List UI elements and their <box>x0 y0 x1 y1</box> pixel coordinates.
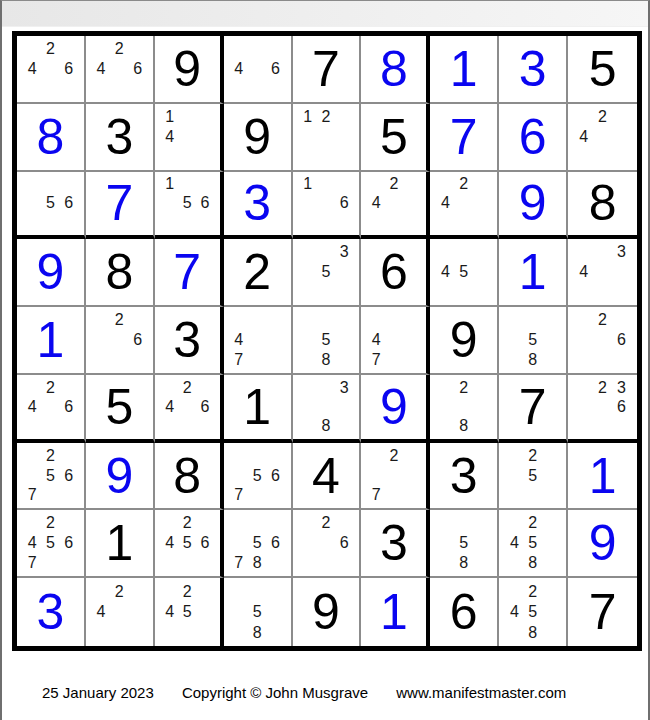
cell-r9c8[interactable]: 2458 <box>499 578 568 646</box>
cell-r8c6[interactable]: 3 <box>361 510 430 578</box>
solved-digit: 3 <box>243 178 271 228</box>
cell-r5c2[interactable]: 26 <box>86 307 155 375</box>
pencil-digit: 4 <box>161 602 179 623</box>
cell-r3c8[interactable]: 9 <box>499 172 568 240</box>
pencil-marks: 24 <box>86 578 153 646</box>
cell-r2c1[interactable]: 8 <box>17 104 86 172</box>
pencil-digit: 2 <box>593 378 612 397</box>
cell-r2c6[interactable]: 5 <box>361 104 430 172</box>
cell-r1c6[interactable]: 8 <box>361 36 430 104</box>
pencil-digit: 8 <box>248 622 266 643</box>
pencil-marks: 5678 <box>224 510 291 576</box>
pencil-marks: 2458 <box>499 578 566 646</box>
cell-r9c3[interactable]: 245 <box>155 578 224 646</box>
solved-digit: 1 <box>450 44 478 94</box>
cell-r4c7[interactable]: 45 <box>430 239 499 307</box>
solved-digit: 9 <box>519 178 547 228</box>
pencil-digit: 8 <box>455 416 473 435</box>
pencil-digit: 6 <box>612 330 631 350</box>
solved-digit: 9 <box>589 518 617 568</box>
pencil-digit: 2 <box>593 107 612 127</box>
cell-r5c4[interactable]: 47 <box>224 307 293 375</box>
pencil-digit: 3 <box>335 242 353 262</box>
pencil-digit: 6 <box>196 194 214 213</box>
cell-r3c9[interactable]: 8 <box>568 172 637 240</box>
pencil-digit: 4 <box>23 59 41 79</box>
pencil-marks: 58 <box>224 578 291 646</box>
sudoku-app-window: { "game": "sudoku", "position": "0090781… <box>0 0 650 720</box>
given-digit: 8 <box>105 247 133 297</box>
cell-r7c7[interactable]: 3 <box>430 443 499 511</box>
pencil-digit: 5 <box>317 330 335 350</box>
pencil-digit: 1 <box>299 107 317 127</box>
pencil-marks: 24567 <box>17 510 84 576</box>
given-digit: 8 <box>589 178 617 228</box>
pencil-digit: 7 <box>23 486 41 506</box>
pencil-marks: 35 <box>293 239 360 305</box>
pencil-digit: 6 <box>128 330 146 350</box>
pencil-digit: 5 <box>248 466 266 486</box>
cell-r1c1[interactable]: 246 <box>17 36 86 104</box>
pencil-marks: 58 <box>293 307 360 373</box>
pencil-marks: 2567 <box>17 443 84 509</box>
cell-r6c2[interactable]: 5 <box>86 375 155 443</box>
pencil-digit: 2 <box>385 446 403 466</box>
pencil-digit: 8 <box>524 622 542 643</box>
cell-r4c3[interactable]: 7 <box>155 239 224 307</box>
pencil-digit: 6 <box>60 466 78 486</box>
cell-r6c4[interactable]: 1 <box>224 375 293 443</box>
cell-r1c7[interactable]: 1 <box>430 36 499 104</box>
pencil-digit: 6 <box>612 397 631 416</box>
cell-r6c9[interactable]: 236 <box>568 375 637 443</box>
pencil-digit: 3 <box>612 242 631 262</box>
cell-r7c5[interactable]: 4 <box>293 443 362 511</box>
pencil-digit: 7 <box>367 350 385 370</box>
pencil-digit: 6 <box>60 59 78 79</box>
pencil-digit: 5 <box>317 262 335 282</box>
cell-r9c2[interactable]: 24 <box>86 578 155 646</box>
cell-r3c6[interactable]: 24 <box>361 172 430 240</box>
pencil-digit: 2 <box>178 513 196 533</box>
given-digit: 7 <box>519 382 547 432</box>
pencil-digit: 6 <box>60 397 78 416</box>
given-digit: 5 <box>105 382 133 432</box>
pencil-marks: 24 <box>430 172 497 236</box>
pencil-digit: 4 <box>505 533 523 553</box>
cell-r3c4[interactable]: 3 <box>224 172 293 240</box>
cell-r8c9[interactable]: 9 <box>568 510 637 578</box>
cell-r2c5[interactable]: 12 <box>293 104 362 172</box>
pencil-digit: 1 <box>161 107 179 127</box>
pencil-digit: 4 <box>23 397 41 416</box>
given-digit: 6 <box>450 587 478 637</box>
pencil-digit: 5 <box>455 533 473 553</box>
cell-r6c1[interactable]: 246 <box>17 375 86 443</box>
cell-r4c8[interactable]: 1 <box>499 239 568 307</box>
pencil-digit: 2 <box>178 378 196 397</box>
pencil-digit: 5 <box>248 602 266 623</box>
pencil-digit: 8 <box>455 553 473 573</box>
given-digit: 6 <box>380 247 408 297</box>
cell-r5c9[interactable]: 26 <box>568 307 637 375</box>
pencil-digit: 8 <box>317 416 335 435</box>
pencil-digit: 4 <box>230 59 248 79</box>
pencil-marks: 16 <box>293 172 360 236</box>
cell-r3c3[interactable]: 156 <box>155 172 224 240</box>
cell-r7c3[interactable]: 8 <box>155 443 224 511</box>
pencil-marks: 56 <box>17 172 84 236</box>
pencil-digit: 5 <box>178 602 196 623</box>
cell-r3c7[interactable]: 24 <box>430 172 499 240</box>
pencil-digit: 4 <box>161 397 179 416</box>
pencil-digit: 6 <box>335 533 353 553</box>
pencil-digit: 5 <box>455 262 473 282</box>
pencil-digit: 7 <box>23 553 41 573</box>
cell-r6c5[interactable]: 38 <box>293 375 362 443</box>
cell-r8c2[interactable]: 1 <box>86 510 155 578</box>
given-digit: 7 <box>312 44 340 94</box>
cell-r7c9[interactable]: 1 <box>568 443 637 511</box>
footer-copyright: Copyright © John Musgrave <box>182 684 368 701</box>
pencil-digit: 5 <box>524 466 542 486</box>
pencil-digit: 2 <box>110 581 128 602</box>
pencil-digit: 2 <box>41 39 59 59</box>
pencil-digit: 6 <box>335 194 353 213</box>
cell-r5c8[interactable]: 58 <box>499 307 568 375</box>
pencil-digit: 1 <box>161 175 179 194</box>
pencil-digit: 5 <box>524 602 542 623</box>
pencil-digit: 2 <box>110 39 128 59</box>
pencil-digit: 7 <box>230 486 248 506</box>
solved-digit: 9 <box>380 382 408 432</box>
pencil-marks: 26 <box>568 307 637 373</box>
pencil-marks: 47 <box>224 307 291 373</box>
pencil-digit: 7 <box>367 486 385 506</box>
given-digit: 1 <box>105 518 133 568</box>
solved-digit: 9 <box>105 451 133 501</box>
pencil-digit: 5 <box>178 533 196 553</box>
given-digit: 5 <box>589 44 617 94</box>
footer-date: 25 January 2023 <box>42 684 154 701</box>
pencil-digit: 4 <box>505 602 523 623</box>
given-digit: 3 <box>173 315 201 365</box>
pencil-digit: 6 <box>60 533 78 553</box>
solved-digit: 1 <box>519 247 547 297</box>
pencil-marks: 24 <box>568 104 637 170</box>
pencil-digit: 2 <box>317 107 335 127</box>
cell-r1c9[interactable]: 5 <box>568 36 637 104</box>
pencil-marks: 246 <box>17 36 84 102</box>
cell-r1c3[interactable]: 9 <box>155 36 224 104</box>
pencil-digit: 4 <box>574 127 593 147</box>
pencil-digit: 5 <box>524 330 542 350</box>
cell-r4c5[interactable]: 35 <box>293 239 362 307</box>
pencil-digit: 5 <box>178 194 196 213</box>
solved-digit: 8 <box>37 112 65 162</box>
pencil-marks: 567 <box>224 443 291 509</box>
pencil-marks: 246 <box>155 375 220 439</box>
cell-r3c1[interactable]: 56 <box>17 172 86 240</box>
solved-digit: 6 <box>519 112 547 162</box>
pencil-marks: 24 <box>361 172 426 236</box>
pencil-digit: 6 <box>266 466 284 486</box>
given-digit: 3 <box>450 451 478 501</box>
pencil-digit: 2 <box>41 446 59 466</box>
given-digit: 9 <box>243 112 271 162</box>
cell-r8c4[interactable]: 5678 <box>224 510 293 578</box>
cell-r9c4[interactable]: 58 <box>224 578 293 646</box>
cell-r6c8[interactable]: 7 <box>499 375 568 443</box>
pencil-digit: 2 <box>593 310 612 330</box>
pencil-digit: 2 <box>317 513 335 533</box>
solved-digit: 1 <box>37 315 65 365</box>
cell-r6c6[interactable]: 9 <box>361 375 430 443</box>
pencil-digit: 6 <box>196 533 214 553</box>
pencil-digit: 2 <box>178 581 196 602</box>
solved-digit: 1 <box>380 587 408 637</box>
sudoku-board: 2462469467813583149125762456715631624249… <box>12 31 642 651</box>
pencil-digit: 6 <box>60 194 78 213</box>
cell-r4c1[interactable]: 9 <box>17 239 86 307</box>
given-digit: 3 <box>105 112 133 162</box>
pencil-digit: 4 <box>161 533 179 553</box>
cell-r3c2[interactable]: 7 <box>86 172 155 240</box>
solved-digit: 9 <box>37 247 65 297</box>
pencil-digit: 4 <box>367 330 385 350</box>
pencil-marks: 246 <box>17 375 84 439</box>
cell-r5c6[interactable]: 47 <box>361 307 430 375</box>
pencil-digit: 6 <box>266 59 284 79</box>
cell-r4c9[interactable]: 34 <box>568 239 637 307</box>
cell-r4c2[interactable]: 8 <box>86 239 155 307</box>
cell-r2c2[interactable]: 3 <box>86 104 155 172</box>
pencil-marks: 28 <box>430 375 497 439</box>
solved-digit: 7 <box>173 247 201 297</box>
pencil-marks: 38 <box>293 375 360 439</box>
pencil-digit: 7 <box>230 350 248 370</box>
pencil-marks: 156 <box>155 172 220 236</box>
footer-website: www.manifestmaster.com <box>396 684 566 701</box>
cell-r4c6[interactable]: 6 <box>361 239 430 307</box>
cell-r8c7[interactable]: 58 <box>430 510 499 578</box>
cell-r9c9[interactable]: 7 <box>568 578 637 646</box>
cell-r5c1[interactable]: 1 <box>17 307 86 375</box>
pencil-digit: 5 <box>41 466 59 486</box>
pencil-digit: 4 <box>436 194 454 213</box>
cell-r1c2[interactable]: 246 <box>86 36 155 104</box>
pencil-marks: 14 <box>155 104 220 170</box>
pencil-digit: 3 <box>335 378 353 397</box>
pencil-marks: 245 <box>155 578 220 646</box>
pencil-digit: 1 <box>299 175 317 194</box>
cell-r1c8[interactable]: 3 <box>499 36 568 104</box>
pencil-marks: 2456 <box>155 510 220 576</box>
cell-r6c3[interactable]: 246 <box>155 375 224 443</box>
pencil-digit: 2 <box>110 310 128 330</box>
pencil-digit: 4 <box>574 262 593 282</box>
pencil-marks: 47 <box>361 307 426 373</box>
cell-r2c4[interactable]: 9 <box>224 104 293 172</box>
pencil-marks: 58 <box>499 307 566 373</box>
pencil-marks: 246 <box>86 36 153 102</box>
pencil-digit: 8 <box>524 350 542 370</box>
cell-r1c4[interactable]: 46 <box>224 36 293 104</box>
pencil-digit: 5 <box>41 194 59 213</box>
pencil-digit: 7 <box>230 553 248 573</box>
solved-digit: 7 <box>105 178 133 228</box>
pencil-digit: 2 <box>41 378 59 397</box>
footer: 25 January 2023 Copyright © John Musgrav… <box>42 684 566 701</box>
cell-r2c9[interactable]: 24 <box>568 104 637 172</box>
given-digit: 3 <box>380 518 408 568</box>
pencil-digit: 2 <box>455 378 473 397</box>
pencil-digit: 5 <box>41 533 59 553</box>
given-digit: 9 <box>450 315 478 365</box>
cell-r7c4[interactable]: 567 <box>224 443 293 511</box>
cell-r9c6[interactable]: 1 <box>361 578 430 646</box>
cell-r9c7[interactable]: 6 <box>430 578 499 646</box>
given-digit: 9 <box>173 44 201 94</box>
pencil-digit: 6 <box>196 397 214 416</box>
pencil-marks: 46 <box>224 36 291 102</box>
pencil-digit: 4 <box>367 194 385 213</box>
pencil-digit: 4 <box>230 330 248 350</box>
cell-r5c5[interactable]: 58 <box>293 307 362 375</box>
cell-r7c1[interactable]: 2567 <box>17 443 86 511</box>
given-digit: 1 <box>243 382 271 432</box>
title-bar <box>2 1 648 27</box>
pencil-marks: 26 <box>293 510 360 576</box>
solved-digit: 3 <box>519 44 547 94</box>
pencil-digit: 3 <box>612 378 631 397</box>
given-digit: 8 <box>173 451 201 501</box>
pencil-marks: 2458 <box>499 510 566 576</box>
cell-r8c3[interactable]: 2456 <box>155 510 224 578</box>
pencil-digit: 4 <box>23 533 41 553</box>
pencil-digit: 2 <box>524 513 542 533</box>
given-digit: 7 <box>589 587 617 637</box>
cell-r1c5[interactable]: 7 <box>293 36 362 104</box>
pencil-digit: 8 <box>248 553 266 573</box>
cell-r9c1[interactable]: 3 <box>17 578 86 646</box>
pencil-digit: 5 <box>248 533 266 553</box>
cell-r6c7[interactable]: 28 <box>430 375 499 443</box>
cell-r8c1[interactable]: 24567 <box>17 510 86 578</box>
cell-r3c5[interactable]: 16 <box>293 172 362 240</box>
cell-r2c7[interactable]: 7 <box>430 104 499 172</box>
pencil-digit: 2 <box>524 581 542 602</box>
pencil-digit: 2 <box>385 175 403 194</box>
pencil-digit: 2 <box>41 513 59 533</box>
pencil-marks: 25 <box>499 443 566 509</box>
pencil-digit: 6 <box>128 59 146 79</box>
cell-r5c3[interactable]: 3 <box>155 307 224 375</box>
solved-digit: 1 <box>589 451 617 501</box>
cell-r7c2[interactable]: 9 <box>86 443 155 511</box>
cell-r8c8[interactable]: 2458 <box>499 510 568 578</box>
pencil-digit: 4 <box>92 59 110 79</box>
pencil-digit: 2 <box>524 446 542 466</box>
pencil-marks: 26 <box>86 307 153 373</box>
cell-r2c8[interactable]: 6 <box>499 104 568 172</box>
pencil-marks: 27 <box>361 443 426 509</box>
cell-r8c5[interactable]: 26 <box>293 510 362 578</box>
pencil-marks: 58 <box>430 510 497 576</box>
cell-r9c5[interactable]: 9 <box>293 578 362 646</box>
pencil-digit: 8 <box>524 553 542 573</box>
given-digit: 9 <box>312 587 340 637</box>
cell-r5c7[interactable]: 9 <box>430 307 499 375</box>
cell-r2c3[interactable]: 14 <box>155 104 224 172</box>
pencil-digit: 2 <box>455 175 473 194</box>
pencil-marks: 34 <box>568 239 637 305</box>
pencil-digit: 4 <box>161 127 179 147</box>
solved-digit: 3 <box>37 587 65 637</box>
given-digit: 5 <box>380 112 408 162</box>
cell-r4c4[interactable]: 2 <box>224 239 293 307</box>
solved-digit: 7 <box>450 112 478 162</box>
cell-r7c8[interactable]: 25 <box>499 443 568 511</box>
pencil-digit: 8 <box>317 350 335 370</box>
pencil-digit: 5 <box>524 533 542 553</box>
cell-r7c6[interactable]: 27 <box>361 443 430 511</box>
pencil-marks: 12 <box>293 104 360 170</box>
given-digit: 2 <box>243 247 271 297</box>
solved-digit: 8 <box>380 44 408 94</box>
pencil-digit: 4 <box>92 602 110 623</box>
pencil-digit: 6 <box>266 533 284 553</box>
given-digit: 4 <box>312 451 340 501</box>
pencil-digit: 4 <box>436 262 454 282</box>
pencil-marks: 45 <box>430 239 497 305</box>
pencil-marks: 236 <box>568 375 637 439</box>
